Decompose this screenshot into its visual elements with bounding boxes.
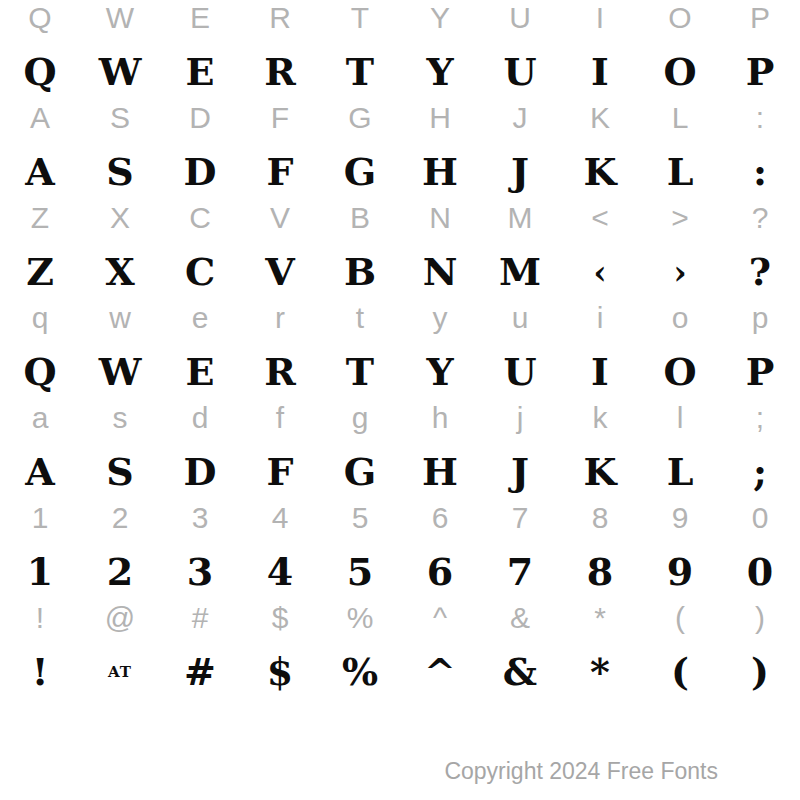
reference-glyph: N (400, 203, 480, 233)
reference-glyph: D (160, 103, 240, 133)
specimen-glyph: Y (400, 53, 480, 91)
specimen-glyph: R (240, 353, 320, 391)
specimen-glyph: * (560, 653, 640, 691)
reference-glyph: $ (240, 603, 320, 633)
reference-row: ZXCVBNM<>? (0, 200, 800, 236)
reference-glyph: L (640, 103, 720, 133)
reference-glyph: R (240, 3, 320, 33)
copyright-text: Copyright 2024 Free Fonts (444, 758, 718, 785)
specimen-glyph: S (80, 153, 160, 191)
reference-row: 1234567890 (0, 500, 800, 536)
reference-glyph: 7 (480, 503, 560, 533)
specimen-glyph: $ (240, 653, 320, 691)
reference-glyph: 5 (320, 503, 400, 533)
specimen-glyph: Z (0, 253, 80, 291)
reference-row: ASDFGHJKL: (0, 100, 800, 136)
reference-glyph: 3 (160, 503, 240, 533)
specimen-glyph: H (400, 153, 480, 191)
reference-glyph: J (480, 103, 560, 133)
reference-row: QWERTYUIOP (0, 0, 800, 36)
reference-glyph: 6 (400, 503, 480, 533)
reference-glyph: 1 (0, 503, 80, 533)
specimen-row: ZXCVBNM‹›? (0, 252, 800, 292)
specimen-glyph: Y (400, 353, 480, 391)
reference-glyph: K (560, 103, 640, 133)
reference-glyph: @ (80, 603, 160, 633)
reference-glyph: < (560, 203, 640, 233)
specimen-glyph: 2 (80, 553, 160, 591)
reference-glyph: H (400, 103, 480, 133)
specimen-glyph: O (640, 53, 720, 91)
specimen-glyph: K (560, 153, 640, 191)
specimen-glyph: K (560, 453, 640, 491)
specimen-glyph: ; (720, 453, 800, 491)
specimen-glyph: E (160, 53, 240, 91)
reference-glyph: ; (720, 403, 800, 433)
reference-glyph: F (240, 103, 320, 133)
specimen-glyph: ) (720, 653, 800, 691)
reference-glyph: Y (400, 3, 480, 33)
specimen-row: QWERTYUIOP (0, 352, 800, 392)
specimen-glyph: M (480, 253, 560, 291)
specimen-glyph: G (320, 153, 400, 191)
reference-glyph: X (80, 203, 160, 233)
reference-glyph: o (640, 303, 720, 333)
specimen-glyph: T (320, 353, 400, 391)
specimen-glyph: & (480, 653, 560, 691)
specimen-glyph: 6 (400, 553, 480, 591)
reference-glyph: a (0, 403, 80, 433)
specimen-glyph: : (720, 153, 800, 191)
specimen-glyph: W (80, 53, 160, 91)
specimen-glyph: E (160, 353, 240, 391)
specimen-glyph: % (320, 653, 400, 691)
specimen-glyph: I (560, 353, 640, 391)
specimen-glyph: F (240, 453, 320, 491)
specimen-glyph: A (0, 153, 80, 191)
reference-glyph: 4 (240, 503, 320, 533)
reference-glyph: t (320, 303, 400, 333)
specimen-glyph: H (400, 453, 480, 491)
specimen-glyph: 1 (0, 553, 80, 591)
reference-glyph: Z (0, 203, 80, 233)
specimen-glyph: C (160, 253, 240, 291)
specimen-glyph: 8 (560, 553, 640, 591)
reference-glyph: G (320, 103, 400, 133)
specimen-glyph: S (80, 453, 160, 491)
reference-glyph: e (160, 303, 240, 333)
reference-glyph: 0 (720, 503, 800, 533)
specimen-glyph: Q (0, 353, 80, 391)
specimen-glyph: B (320, 253, 400, 291)
specimen-glyph: W (80, 353, 160, 391)
specimen-glyph: 7 (480, 553, 560, 591)
specimen-glyph: AT (80, 665, 160, 680)
reference-glyph: # (160, 603, 240, 633)
font-specimen-page: QWERTYUIOPQWERTYUIOPASDFGHJKL:ASDFGHJKL:… (0, 0, 800, 800)
specimen-glyph: 3 (160, 553, 240, 591)
reference-glyph: j (480, 403, 560, 433)
reference-glyph: U (480, 3, 560, 33)
specimen-glyph: 4 (240, 553, 320, 591)
specimen-glyph: U (480, 53, 560, 91)
reference-row: qwertyuiop (0, 300, 800, 336)
reference-glyph: ^ (400, 603, 480, 633)
reference-glyph: r (240, 303, 320, 333)
reference-glyph: M (480, 203, 560, 233)
specimen-glyph: D (160, 453, 240, 491)
specimen-glyph: O (640, 353, 720, 391)
reference-glyph: l (640, 403, 720, 433)
specimen-row: ASDFGHJKL: (0, 152, 800, 192)
specimen-glyph: ? (720, 253, 800, 291)
specimen-glyph: R (240, 53, 320, 91)
specimen-row: !AT#$%^&*() (0, 652, 800, 692)
reference-glyph: i (560, 303, 640, 333)
specimen-glyph: J (480, 453, 560, 491)
specimen-glyph: ( (640, 653, 720, 691)
specimen-glyph: D (160, 153, 240, 191)
specimen-row: 1234567890 (0, 552, 800, 592)
specimen-row: QWERTYUIOP (0, 52, 800, 92)
reference-glyph: ! (0, 603, 80, 633)
specimen-glyph: U (480, 353, 560, 391)
specimen-glyph: J (480, 153, 560, 191)
reference-glyph: Q (0, 3, 80, 33)
specimen-glyph: # (160, 653, 240, 691)
specimen-glyph: V (240, 253, 320, 291)
specimen-glyph: Q (0, 53, 80, 91)
reference-glyph: u (480, 303, 560, 333)
specimen-glyph: F (240, 153, 320, 191)
reference-glyph: s (80, 403, 160, 433)
specimen-glyph: ^ (400, 653, 480, 691)
specimen-glyph: T (320, 53, 400, 91)
reference-glyph: A (0, 103, 80, 133)
reference-glyph: T (320, 3, 400, 33)
reference-glyph: f (240, 403, 320, 433)
reference-glyph: I (560, 3, 640, 33)
reference-glyph: h (400, 403, 480, 433)
reference-glyph: 2 (80, 503, 160, 533)
specimen-glyph: 0 (720, 553, 800, 591)
reference-glyph: 9 (640, 503, 720, 533)
reference-glyph: & (480, 603, 560, 633)
specimen-glyph: L (640, 453, 720, 491)
reference-glyph: O (640, 3, 720, 33)
specimen-glyph: 9 (640, 553, 720, 591)
reference-glyph: S (80, 103, 160, 133)
reference-glyph: y (400, 303, 480, 333)
reference-glyph: d (160, 403, 240, 433)
reference-glyph: : (720, 103, 800, 133)
reference-glyph: > (640, 203, 720, 233)
specimen-glyph: G (320, 453, 400, 491)
specimen-glyph: N (400, 253, 480, 291)
reference-glyph: 8 (560, 503, 640, 533)
reference-glyph: P (720, 3, 800, 33)
specimen-glyph: P (720, 353, 800, 391)
specimen-glyph: › (640, 255, 720, 289)
specimen-glyph: L (640, 153, 720, 191)
specimen-glyph: P (720, 53, 800, 91)
reference-glyph: ( (640, 603, 720, 633)
specimen-glyph: ! (0, 653, 80, 691)
reference-glyph: V (240, 203, 320, 233)
reference-glyph: p (720, 303, 800, 333)
reference-glyph: w (80, 303, 160, 333)
reference-glyph: % (320, 603, 400, 633)
specimen-glyph: A (0, 453, 80, 491)
reference-glyph: ? (720, 203, 800, 233)
reference-glyph: C (160, 203, 240, 233)
reference-row: asdfghjkl; (0, 400, 800, 436)
reference-glyph: g (320, 403, 400, 433)
specimen-glyph: 5 (320, 553, 400, 591)
reference-glyph: q (0, 303, 80, 333)
specimen-glyph: I (560, 53, 640, 91)
reference-glyph: ) (720, 603, 800, 633)
reference-glyph: * (560, 603, 640, 633)
specimen-row: ASDFGHJKL; (0, 452, 800, 492)
reference-row: !@#$%^&*() (0, 600, 800, 636)
reference-glyph: k (560, 403, 640, 433)
specimen-glyph: ‹ (560, 255, 640, 289)
reference-glyph: W (80, 3, 160, 33)
reference-glyph: B (320, 203, 400, 233)
reference-glyph: E (160, 3, 240, 33)
specimen-glyph: X (80, 253, 160, 291)
